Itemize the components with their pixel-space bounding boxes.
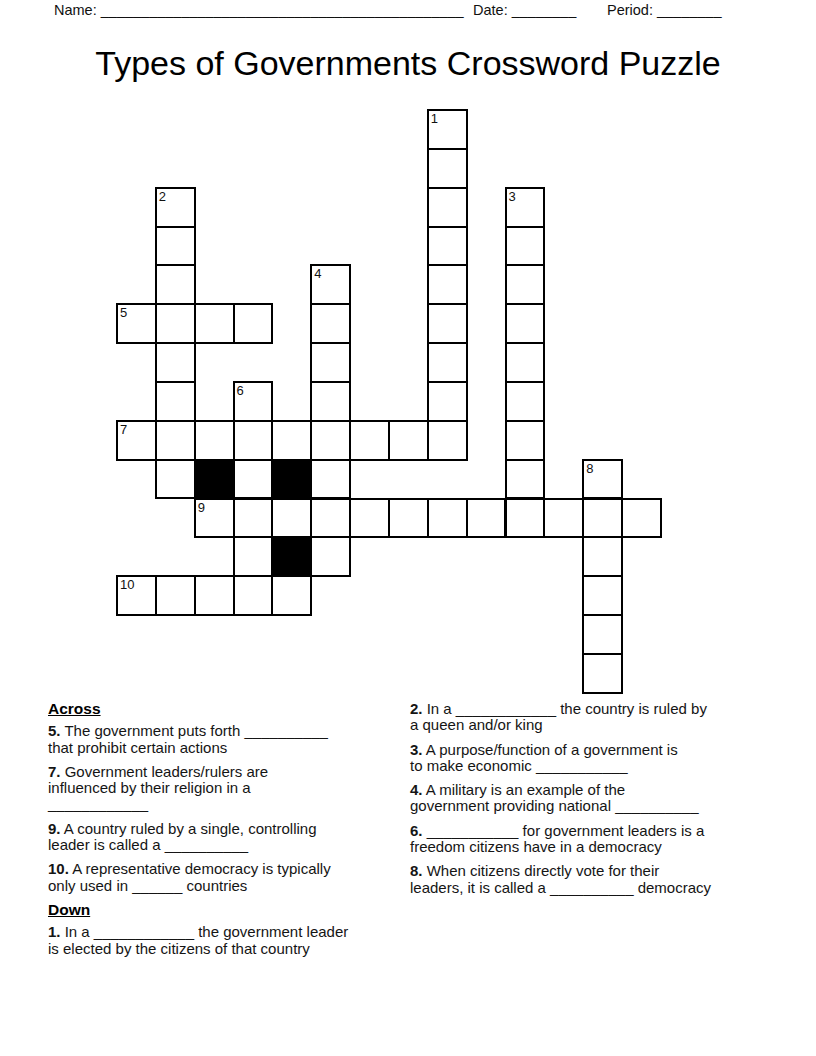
- grid-cell[interactable]: [233, 536, 274, 577]
- clue-down-6-text: ___________ for government leaders is a …: [410, 822, 704, 855]
- grid-cell[interactable]: [310, 459, 351, 500]
- grid-cell[interactable]: [155, 575, 196, 616]
- clues-left-column: Across 5. The government puts forth ____…: [48, 701, 444, 965]
- clue-across-5-number: 5.: [48, 722, 61, 739]
- grid-clue-number-9: 9: [198, 500, 205, 515]
- black-cell: [194, 459, 235, 500]
- grid-cell[interactable]: [543, 498, 584, 539]
- grid-cell[interactable]: [155, 226, 196, 267]
- grid-cell[interactable]: [155, 342, 196, 383]
- clue-down-8: 8. When citizens directly vote for their…: [410, 863, 806, 896]
- grid-cell[interactable]: 8: [582, 459, 623, 500]
- grid-cell[interactable]: [505, 420, 546, 461]
- name-field[interactable]: Name: __________________________________…: [54, 2, 464, 18]
- grid-cell[interactable]: 6: [233, 381, 274, 422]
- clue-across-9: 9. A country ruled by a single, controll…: [48, 821, 444, 854]
- grid-cell[interactable]: [427, 264, 468, 305]
- grid-cell[interactable]: [427, 381, 468, 422]
- grid-cell[interactable]: [310, 381, 351, 422]
- clue-down-1: 1. In a ____________ the government lead…: [48, 924, 444, 957]
- black-cell: [271, 536, 312, 577]
- grid-clue-number-10: 10: [120, 577, 134, 592]
- grid-clue-number-5: 5: [120, 305, 127, 320]
- grid-cell[interactable]: [427, 187, 468, 228]
- clue-down-2-text: In a ____________ the country is ruled b…: [410, 700, 707, 733]
- grid-cell[interactable]: [582, 498, 623, 539]
- grid-cell[interactable]: [388, 498, 429, 539]
- grid-cell[interactable]: 4: [310, 264, 351, 305]
- grid-cell[interactable]: [427, 498, 468, 539]
- grid-cell[interactable]: [233, 498, 274, 539]
- clue-across-7-number: 7.: [48, 763, 61, 780]
- clue-across-9-number: 9.: [48, 820, 61, 837]
- clue-down-3-number: 3.: [410, 741, 423, 758]
- grid-cell[interactable]: [505, 498, 546, 539]
- date-blank-line[interactable]: ________: [512, 2, 577, 18]
- grid-cell[interactable]: [310, 420, 351, 461]
- grid-cell[interactable]: [582, 536, 623, 577]
- grid-cell[interactable]: [505, 381, 546, 422]
- clue-down-8-text: When citizens directly vote for their le…: [410, 862, 711, 895]
- clue-down-3: 3. A purpose/function of a government is…: [410, 742, 806, 775]
- grid-cell[interactable]: [310, 342, 351, 383]
- grid-clue-number-2: 2: [159, 189, 166, 204]
- grid-cell[interactable]: [388, 420, 429, 461]
- grid-cell[interactable]: 2: [155, 187, 196, 228]
- grid-cell[interactable]: [427, 420, 468, 461]
- clues-right-column: 2. In a ____________ the country is rule…: [410, 701, 806, 904]
- grid-cell[interactable]: [233, 459, 274, 500]
- clue-down-2: 2. In a ____________ the country is rule…: [410, 701, 806, 734]
- grid-cell[interactable]: [466, 498, 507, 539]
- grid-cell[interactable]: [582, 575, 623, 616]
- grid-cell[interactable]: [194, 303, 235, 344]
- grid-clue-number-4: 4: [314, 266, 321, 281]
- grid-cell[interactable]: [310, 536, 351, 577]
- grid-cell[interactable]: [505, 459, 546, 500]
- grid-cell[interactable]: [155, 264, 196, 305]
- grid-cell[interactable]: [427, 148, 468, 189]
- grid-cell[interactable]: [505, 342, 546, 383]
- grid-cell[interactable]: [194, 575, 235, 616]
- worksheet-page: Name: __________________________________…: [0, 0, 816, 1056]
- grid-cell[interactable]: [582, 614, 623, 655]
- grid-cell[interactable]: 1: [427, 109, 468, 150]
- black-cell: [271, 459, 312, 500]
- grid-cell[interactable]: [621, 498, 662, 539]
- grid-cell[interactable]: [155, 420, 196, 461]
- clue-down-2-number: 2.: [410, 700, 423, 717]
- grid-clue-number-8: 8: [586, 461, 593, 476]
- grid-cell[interactable]: [349, 498, 390, 539]
- date-label: Date:: [473, 2, 508, 18]
- grid-cell[interactable]: [271, 575, 312, 616]
- grid-cell[interactable]: [427, 226, 468, 267]
- clue-across-10-text: A representative democracy is typically …: [48, 860, 331, 893]
- grid-cell[interactable]: [310, 498, 351, 539]
- grid-cell[interactable]: 9: [194, 498, 235, 539]
- period-field[interactable]: Period: ________: [607, 2, 722, 18]
- grid-cell[interactable]: [505, 303, 546, 344]
- clue-down-8-number: 8.: [410, 862, 423, 879]
- grid-cell[interactable]: 3: [505, 187, 546, 228]
- grid-cell[interactable]: [271, 420, 312, 461]
- crossword-grid: 12345678910: [116, 109, 662, 694]
- grid-cell[interactable]: 10: [116, 575, 157, 616]
- clue-across-7-text: Government leaders/rulers are influenced…: [48, 763, 268, 813]
- grid-cell[interactable]: [155, 303, 196, 344]
- grid-cell[interactable]: [155, 459, 196, 500]
- grid-cell[interactable]: [582, 653, 623, 694]
- grid-cell[interactable]: [271, 498, 312, 539]
- name-blank-line[interactable]: ________________________________________…: [101, 2, 464, 18]
- clue-down-1-number: 1.: [48, 923, 61, 940]
- clue-down-1-text: In a ____________ the government leader …: [48, 923, 348, 956]
- clue-across-9-text: A country ruled by a single, controlling…: [48, 820, 317, 853]
- clue-down-4: 4. A military is an example of the gover…: [410, 782, 806, 815]
- clue-down-3-text: A purpose/function of a government is to…: [410, 741, 678, 774]
- grid-clue-number-1: 1: [431, 111, 438, 126]
- grid-cell[interactable]: 5: [116, 303, 157, 344]
- grid-cell[interactable]: [233, 575, 274, 616]
- grid-cell[interactable]: [233, 420, 274, 461]
- grid-cell[interactable]: [194, 420, 235, 461]
- period-blank-line[interactable]: ________: [657, 2, 722, 18]
- grid-cell[interactable]: [427, 342, 468, 383]
- clue-down-4-text: A military is an example of the governme…: [410, 781, 699, 814]
- clue-across-5-text: The government puts forth __________ tha…: [48, 722, 328, 755]
- clue-down-6-number: 6.: [410, 822, 423, 839]
- grid-clue-number-3: 3: [509, 189, 516, 204]
- grid-cell[interactable]: [155, 381, 196, 422]
- grid-cell[interactable]: [233, 303, 274, 344]
- period-label: Period:: [607, 2, 653, 18]
- clue-across-10-number: 10.: [48, 860, 69, 877]
- grid-cell[interactable]: [505, 264, 546, 305]
- clue-across-7: 7. Government leaders/rulers are influen…: [48, 764, 444, 813]
- grid-cell[interactable]: [349, 420, 390, 461]
- name-label: Name:: [54, 2, 97, 18]
- date-field[interactable]: Date: ________: [473, 2, 576, 18]
- clue-down-4-number: 4.: [410, 781, 423, 798]
- grid-cell[interactable]: [505, 226, 546, 267]
- grid-cell[interactable]: 7: [116, 420, 157, 461]
- grid-cell[interactable]: [310, 303, 351, 344]
- clue-across-5: 5. The government puts forth __________ …: [48, 723, 444, 756]
- page-title: Types of Governments Crossword Puzzle: [0, 44, 816, 83]
- clue-across-10: 10. A representative democracy is typica…: [48, 861, 444, 894]
- grid-clue-number-7: 7: [120, 422, 127, 437]
- across-heading: Across: [48, 701, 444, 717]
- grid-clue-number-6: 6: [237, 383, 244, 398]
- grid-cell[interactable]: [427, 303, 468, 344]
- clue-down-6: 6. ___________ for government leaders is…: [410, 823, 806, 856]
- down-heading: Down: [48, 902, 444, 918]
